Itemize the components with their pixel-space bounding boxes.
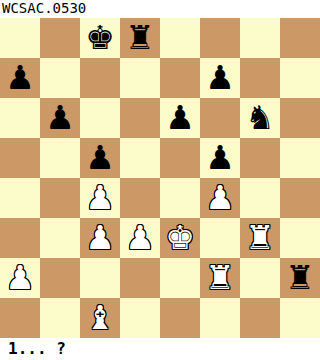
piece-white-rook-f2: ♜	[205, 261, 235, 294]
piece-black-pawn-b6: ♟	[45, 101, 75, 134]
square-c8[interactable]: ♚	[80, 18, 120, 58]
square-c2[interactable]	[80, 258, 120, 298]
piece-black-pawn-a7: ♟	[5, 61, 35, 94]
square-e6[interactable]: ♟	[160, 98, 200, 138]
square-d1[interactable]	[120, 298, 160, 338]
piece-black-pawn-c5: ♟	[85, 141, 115, 174]
piece-black-pawn-f5: ♟	[205, 141, 235, 174]
square-e5[interactable]	[160, 138, 200, 178]
square-e2[interactable]	[160, 258, 200, 298]
square-g2[interactable]	[240, 258, 280, 298]
square-g5[interactable]	[240, 138, 280, 178]
square-d5[interactable]	[120, 138, 160, 178]
square-e8[interactable]	[160, 18, 200, 58]
square-g6[interactable]: ♞	[240, 98, 280, 138]
square-b8[interactable]	[40, 18, 80, 58]
square-a2[interactable]: ♟	[0, 258, 40, 298]
square-b4[interactable]	[40, 178, 80, 218]
square-a1[interactable]	[0, 298, 40, 338]
square-c1[interactable]: ♝	[80, 298, 120, 338]
square-a3[interactable]	[0, 218, 40, 258]
square-b3[interactable]	[40, 218, 80, 258]
piece-white-pawn-c4: ♟	[85, 181, 115, 214]
square-f5[interactable]: ♟	[200, 138, 240, 178]
piece-white-pawn-f4: ♟	[205, 181, 235, 214]
puzzle-id-title: WCSAC.0530	[2, 0, 86, 18]
square-h4[interactable]	[280, 178, 320, 218]
square-a6[interactable]	[0, 98, 40, 138]
square-d4[interactable]	[120, 178, 160, 218]
square-f3[interactable]	[200, 218, 240, 258]
square-f1[interactable]	[200, 298, 240, 338]
square-d7[interactable]	[120, 58, 160, 98]
square-c4[interactable]: ♟	[80, 178, 120, 218]
square-h5[interactable]	[280, 138, 320, 178]
square-b5[interactable]	[40, 138, 80, 178]
square-a5[interactable]	[0, 138, 40, 178]
square-c6[interactable]	[80, 98, 120, 138]
square-c7[interactable]	[80, 58, 120, 98]
square-c5[interactable]: ♟	[80, 138, 120, 178]
piece-black-king-c8: ♚	[85, 21, 115, 54]
square-h8[interactable]	[280, 18, 320, 58]
square-d3[interactable]: ♟	[120, 218, 160, 258]
square-h1[interactable]	[280, 298, 320, 338]
square-h2[interactable]: ♜	[280, 258, 320, 298]
square-g1[interactable]	[240, 298, 280, 338]
square-b1[interactable]	[40, 298, 80, 338]
piece-white-pawn-d3: ♟	[125, 221, 155, 254]
square-e1[interactable]	[160, 298, 200, 338]
square-h7[interactable]	[280, 58, 320, 98]
square-a7[interactable]: ♟	[0, 58, 40, 98]
piece-black-rook-h2: ♜	[285, 261, 315, 294]
square-e7[interactable]	[160, 58, 200, 98]
piece-black-rook-d8: ♜	[125, 21, 155, 54]
piece-black-knight-g6: ♞	[245, 101, 275, 134]
square-c3[interactable]: ♟	[80, 218, 120, 258]
square-f2[interactable]: ♜	[200, 258, 240, 298]
square-e3[interactable]: ♚	[160, 218, 200, 258]
square-g8[interactable]	[240, 18, 280, 58]
square-d6[interactable]	[120, 98, 160, 138]
move-prompt: 1... ?	[8, 339, 66, 360]
piece-white-rook-g3: ♜	[245, 221, 275, 254]
square-f4[interactable]: ♟	[200, 178, 240, 218]
square-b2[interactable]	[40, 258, 80, 298]
square-e4[interactable]	[160, 178, 200, 218]
square-h6[interactable]	[280, 98, 320, 138]
piece-black-pawn-e6: ♟	[165, 101, 195, 134]
square-g4[interactable]	[240, 178, 280, 218]
square-f7[interactable]: ♟	[200, 58, 240, 98]
piece-white-pawn-a2: ♟	[5, 261, 35, 294]
piece-white-pawn-c3: ♟	[85, 221, 115, 254]
square-b6[interactable]: ♟	[40, 98, 80, 138]
piece-black-pawn-f7: ♟	[205, 61, 235, 94]
square-f6[interactable]	[200, 98, 240, 138]
piece-white-bishop-c1: ♝	[85, 301, 115, 334]
square-g7[interactable]	[240, 58, 280, 98]
square-a8[interactable]	[0, 18, 40, 58]
square-d8[interactable]: ♜	[120, 18, 160, 58]
square-b7[interactable]	[40, 58, 80, 98]
square-d2[interactable]	[120, 258, 160, 298]
piece-white-king-e3: ♚	[165, 221, 195, 254]
chess-diagram-window: WCSAC.0530 ♚♜♟♟♟♟♞♟♟♟♟♟♟♚♜♟♜♜♝ 1... ?	[0, 0, 320, 360]
chess-board: ♚♜♟♟♟♟♞♟♟♟♟♟♟♚♜♟♜♜♝	[0, 18, 320, 338]
square-a4[interactable]	[0, 178, 40, 218]
square-h3[interactable]	[280, 218, 320, 258]
square-f8[interactable]	[200, 18, 240, 58]
square-g3[interactable]: ♜	[240, 218, 280, 258]
